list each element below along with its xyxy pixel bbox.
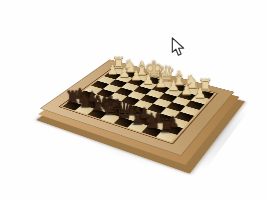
chess-set-photo[interactable]: ♜♞♝♛♚♝♞♜♟♟♟♟♟♟♟♟♟♟♟♟♟♟♟♟♜♞♝♛♚♝♞♜ xyxy=(0,0,268,201)
cursor-arrow xyxy=(172,38,183,55)
mouse-cursor-icon xyxy=(171,37,186,58)
chess-board: ♜♞♝♛♚♝♞♜♟♟♟♟♟♟♟♟♟♟♟♟♟♟♟♟♜♞♝♛♚♝♞♜ xyxy=(40,59,235,156)
